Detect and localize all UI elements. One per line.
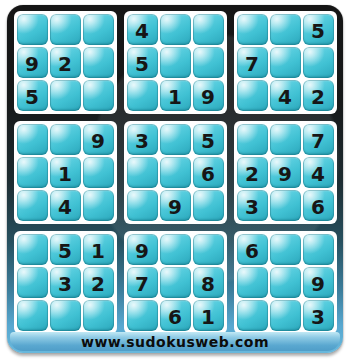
- digit: 1: [201, 307, 215, 327]
- cell-r9c6[interactable]: 1: [193, 300, 224, 331]
- cell-r1c7[interactable]: [237, 14, 268, 45]
- digit: 9: [311, 274, 325, 294]
- cell-r5c2[interactable]: 1: [50, 157, 81, 188]
- digit: 9: [201, 87, 215, 107]
- cell-r5c1[interactable]: [17, 157, 48, 188]
- cell-r3c8[interactable]: 4: [270, 80, 301, 111]
- cell-r1c3[interactable]: [83, 14, 114, 45]
- cell-r4c5[interactable]: [160, 124, 191, 155]
- cell-r7c6[interactable]: [193, 234, 224, 265]
- cell-r2c6[interactable]: [193, 47, 224, 78]
- digit: 9: [25, 54, 39, 74]
- cell-r2c3[interactable]: [83, 47, 114, 78]
- cell-r7c7[interactable]: 6: [237, 234, 268, 265]
- cell-r7c5[interactable]: [160, 234, 191, 265]
- box-r1c1: 925: [14, 11, 117, 114]
- digit: 6: [168, 307, 182, 327]
- cell-r1c5[interactable]: [160, 14, 191, 45]
- cell-r9c9[interactable]: 3: [303, 300, 334, 331]
- cell-r6c7[interactable]: 3: [237, 190, 268, 221]
- digit: 4: [278, 87, 292, 107]
- cell-r9c2[interactable]: [50, 300, 81, 331]
- digit: 9: [91, 131, 105, 151]
- box-r2c3: 729436: [234, 121, 337, 224]
- digit: 1: [58, 164, 72, 184]
- cell-r6c2[interactable]: 4: [50, 190, 81, 221]
- cell-r4c6[interactable]: 5: [193, 124, 224, 155]
- cell-r9c4[interactable]: [127, 300, 158, 331]
- cell-r5c7[interactable]: 2: [237, 157, 268, 188]
- digit: 3: [135, 131, 149, 151]
- screenshot-stage: 925451957429143569729436513297861693 www…: [0, 0, 350, 360]
- cell-r8c5[interactable]: [160, 267, 191, 298]
- digit: 6: [245, 241, 259, 261]
- board-frame: 925451957429143569729436513297861693 www…: [7, 5, 343, 353]
- cell-r5c4[interactable]: [127, 157, 158, 188]
- cell-r3c3[interactable]: [83, 80, 114, 111]
- digit: 8: [201, 274, 215, 294]
- digit: 9: [135, 241, 149, 261]
- digit: 1: [91, 241, 105, 261]
- digit: 5: [201, 131, 215, 151]
- digit: 2: [311, 87, 325, 107]
- cell-r2c8[interactable]: [270, 47, 301, 78]
- digit: 3: [58, 274, 72, 294]
- cell-r9c8[interactable]: [270, 300, 301, 331]
- board-grid: 925451957429143569729436513297861693: [13, 11, 337, 334]
- digit: 2: [58, 54, 72, 74]
- digit: 7: [135, 274, 149, 294]
- cell-r8c3[interactable]: 2: [83, 267, 114, 298]
- cell-r7c4[interactable]: 9: [127, 234, 158, 265]
- cell-r5c5[interactable]: [160, 157, 191, 188]
- cell-r2c4[interactable]: 5: [127, 47, 158, 78]
- cell-r1c6[interactable]: [193, 14, 224, 45]
- digit: 6: [311, 197, 325, 217]
- cell-r3c6[interactable]: 9: [193, 80, 224, 111]
- cell-r1c4[interactable]: 4: [127, 14, 158, 45]
- cell-r4c3[interactable]: 9: [83, 124, 114, 155]
- cell-r8c1[interactable]: [17, 267, 48, 298]
- cell-r9c5[interactable]: 6: [160, 300, 191, 331]
- cell-r8c8[interactable]: [270, 267, 301, 298]
- cell-r4c2[interactable]: [50, 124, 81, 155]
- digit: 2: [91, 274, 105, 294]
- cell-r8c4[interactable]: 7: [127, 267, 158, 298]
- cell-r2c5[interactable]: [160, 47, 191, 78]
- box-r3c2: 97861: [124, 231, 227, 334]
- box-r2c2: 3569: [124, 121, 227, 224]
- digit: 5: [135, 54, 149, 74]
- site-url[interactable]: www.sudokusweb.com: [81, 334, 269, 350]
- digit: 3: [311, 307, 325, 327]
- footer-banner: www.sudokusweb.com: [10, 332, 340, 351]
- digit: 7: [245, 54, 259, 74]
- cell-r4c4[interactable]: 3: [127, 124, 158, 155]
- cell-r8c7[interactable]: [237, 267, 268, 298]
- cell-r3c5[interactable]: 1: [160, 80, 191, 111]
- digit: 5: [58, 241, 72, 261]
- cell-r3c7[interactable]: [237, 80, 268, 111]
- box-r2c1: 914: [14, 121, 117, 224]
- cell-r7c2[interactable]: 5: [50, 234, 81, 265]
- digit: 6: [201, 164, 215, 184]
- cell-r3c9[interactable]: 2: [303, 80, 334, 111]
- box-r1c2: 4519: [124, 11, 227, 114]
- cell-r5c3[interactable]: [83, 157, 114, 188]
- cell-r3c1[interactable]: 5: [17, 80, 48, 111]
- cell-r8c2[interactable]: 3: [50, 267, 81, 298]
- cell-r7c1[interactable]: [17, 234, 48, 265]
- cell-r6c6[interactable]: [193, 190, 224, 221]
- cell-r1c8[interactable]: [270, 14, 301, 45]
- cell-r3c4[interactable]: [127, 80, 158, 111]
- box-r1c3: 5742: [234, 11, 337, 114]
- cell-r7c8[interactable]: [270, 234, 301, 265]
- cell-r3c2[interactable]: [50, 80, 81, 111]
- cell-r7c9[interactable]: [303, 234, 334, 265]
- digit: 4: [311, 164, 325, 184]
- digit: 1: [168, 87, 182, 107]
- digit: 9: [168, 197, 182, 217]
- box-r3c3: 693: [234, 231, 337, 334]
- cell-r6c1[interactable]: [17, 190, 48, 221]
- digit: 3: [245, 197, 259, 217]
- cell-r1c2[interactable]: [50, 14, 81, 45]
- cell-r5c8[interactable]: 9: [270, 157, 301, 188]
- cell-r6c8[interactable]: [270, 190, 301, 221]
- cell-r4c1[interactable]: [17, 124, 48, 155]
- cell-r4c8[interactable]: [270, 124, 301, 155]
- cell-r4c9[interactable]: 7: [303, 124, 334, 155]
- cell-r9c3[interactable]: [83, 300, 114, 331]
- cell-r9c1[interactable]: [17, 300, 48, 331]
- box-r3c1: 5132: [14, 231, 117, 334]
- cell-r1c9[interactable]: 5: [303, 14, 334, 45]
- digit: 5: [25, 87, 39, 107]
- cell-r2c7[interactable]: 7: [237, 47, 268, 78]
- digit: 9: [278, 164, 292, 184]
- cell-r8c9[interactable]: 9: [303, 267, 334, 298]
- cell-r8c6[interactable]: 8: [193, 267, 224, 298]
- digit: 4: [58, 197, 72, 217]
- cell-r5c9[interactable]: 4: [303, 157, 334, 188]
- digit: 2: [245, 164, 259, 184]
- digit: 4: [135, 21, 149, 41]
- cell-r1c1[interactable]: [17, 14, 48, 45]
- cell-r6c9[interactable]: 6: [303, 190, 334, 221]
- cell-r6c5[interactable]: 9: [160, 190, 191, 221]
- cell-r2c1[interactable]: 9: [17, 47, 48, 78]
- digit: 7: [311, 131, 325, 151]
- cell-r7c3[interactable]: 1: [83, 234, 114, 265]
- digit: 5: [311, 21, 325, 41]
- cell-r5c6[interactable]: 6: [193, 157, 224, 188]
- cell-r2c2[interactable]: 2: [50, 47, 81, 78]
- cell-r2c9[interactable]: [303, 47, 334, 78]
- cell-r4c7[interactable]: [237, 124, 268, 155]
- cell-r6c3[interactable]: [83, 190, 114, 221]
- cell-r9c7[interactable]: [237, 300, 268, 331]
- cell-r6c4[interactable]: [127, 190, 158, 221]
